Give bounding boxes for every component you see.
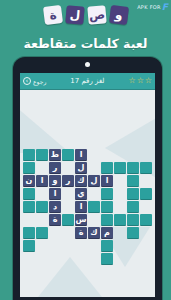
screenshot-root: { "game": "wasla-arabic-crossword", "hea…: [0, 0, 171, 300]
grid-cell-solved[interactable]: ن: [23, 175, 35, 187]
grid-cell-open[interactable]: [127, 188, 139, 200]
star-icon: ☆: [145, 77, 152, 85]
grid-cell-solved[interactable]: ك: [75, 175, 87, 187]
grid-cell-open[interactable]: [127, 162, 139, 174]
grid-cell-open[interactable]: [23, 240, 35, 252]
watermark: APK FOR F: [137, 2, 168, 12]
camera-dot-icon: [85, 62, 90, 67]
grid-cell-solved[interactable]: ل: [75, 162, 87, 174]
star-rating: ☆☆☆: [128, 77, 152, 85]
grid-cell-solved[interactable]: ك: [88, 227, 100, 239]
grid-cell-open[interactable]: [101, 201, 113, 213]
logo-tile: ة: [42, 5, 62, 25]
watermark-f-logo: F: [162, 2, 168, 12]
grid-cell-open[interactable]: [101, 162, 113, 174]
grid-cell-solved[interactable]: ط: [49, 149, 61, 161]
grid-cell-open[interactable]: [127, 227, 139, 239]
grid-cell-open[interactable]: [88, 201, 100, 213]
grid-cell-open[interactable]: [101, 253, 113, 265]
grid-cell-open[interactable]: [23, 162, 35, 174]
puzzle-title: لغز رقم 17: [46, 77, 128, 85]
app-bar: ‹ رجوع لغز رقم 17 ☆☆☆: [20, 73, 155, 90]
grid-cell-open[interactable]: [114, 162, 126, 174]
grid-cell-solved[interactable]: ا: [75, 149, 87, 161]
grid-cell-open[interactable]: [23, 149, 35, 161]
grid-cell-open[interactable]: [140, 214, 152, 226]
back-label: رجوع: [33, 78, 46, 85]
grid-cell-open[interactable]: [36, 201, 48, 213]
watermark-text: APK FOR: [137, 4, 161, 10]
back-button[interactable]: ‹ رجوع: [23, 77, 46, 85]
logo-tile: و: [108, 5, 128, 25]
grid-cell-open[interactable]: [101, 188, 113, 200]
logo-tile: ل: [65, 5, 85, 25]
phone-frame: ‹ رجوع لغز رقم 17 ☆☆☆ طارلناوركلاايداةسة…: [13, 57, 162, 300]
grid-cell-open[interactable]: [62, 214, 74, 226]
grid-cell-solved[interactable]: س: [75, 214, 87, 226]
grid-cell-open[interactable]: [36, 227, 48, 239]
grid-cell-solved[interactable]: م: [101, 227, 113, 239]
grid-cell-open[interactable]: [127, 175, 139, 187]
grid-cell-open[interactable]: [62, 149, 74, 161]
grid-cell-open[interactable]: [23, 201, 35, 213]
grid-cell-open[interactable]: [101, 240, 113, 252]
grid-cell-open[interactable]: [127, 214, 139, 226]
grid-cell-open[interactable]: [36, 149, 48, 161]
grid-cell-solved[interactable]: ا: [49, 188, 61, 200]
grid-cell-solved[interactable]: ي: [75, 188, 87, 200]
background-facet: [20, 93, 70, 153]
grid-cell-solved[interactable]: و: [49, 175, 61, 187]
grid-cell-open[interactable]: [101, 214, 113, 226]
grid-cell-open[interactable]: [127, 201, 139, 213]
grid-cell-solved[interactable]: ا: [101, 175, 113, 187]
star-icon: ☆: [137, 77, 144, 85]
grid-cell-solved[interactable]: ل: [88, 175, 100, 187]
grid-cell-solved[interactable]: ر: [49, 162, 61, 174]
grid-cell-solved[interactable]: ر: [62, 175, 74, 187]
grid-cell-open[interactable]: [140, 188, 152, 200]
phone-screen: ‹ رجوع لغز رقم 17 ☆☆☆ طارلناوركلاايداةسة…: [20, 73, 155, 297]
grid-cell-open[interactable]: [23, 227, 35, 239]
grid-cell-solved[interactable]: ة: [75, 227, 87, 239]
grid-cell-open[interactable]: [140, 162, 152, 174]
star-icon: ☆: [128, 77, 135, 85]
crossword-grid: طارلناوركلاايداةسةكم: [23, 149, 152, 265]
grid-cell-solved[interactable]: د: [49, 201, 61, 213]
grid-cell-solved[interactable]: ا: [75, 201, 87, 213]
grid-cell-solved[interactable]: ة: [49, 214, 61, 226]
grid-cell-open[interactable]: [23, 188, 35, 200]
app-subtitle: لعبة كلمات متقاطعة: [0, 36, 171, 51]
grid-cell-open[interactable]: [114, 214, 126, 226]
grid-cell-solved[interactable]: ا: [36, 175, 48, 187]
back-arrow-icon: ‹: [23, 77, 31, 85]
logo-tile: ص: [87, 5, 107, 25]
